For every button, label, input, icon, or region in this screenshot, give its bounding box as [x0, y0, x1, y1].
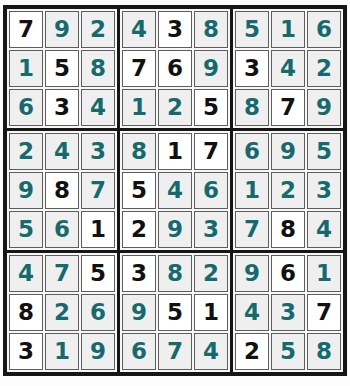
cell-r3c8[interactable]: 7 — [271, 89, 305, 126]
cell-r6c8[interactable]: 8 — [271, 211, 305, 248]
cell-r3c4[interactable]: 1 — [122, 89, 156, 126]
cell-r1c1[interactable]: 7 — [9, 11, 43, 48]
cell-r2c3[interactable]: 8 — [81, 50, 115, 87]
cell-r8c2[interactable]: 2 — [45, 294, 79, 331]
cell-r7c7[interactable]: 9 — [235, 255, 269, 292]
cell-r1c7[interactable]: 5 — [235, 11, 269, 48]
cell-r4c5[interactable]: 1 — [158, 133, 192, 170]
cell-r1c5[interactable]: 3 — [158, 11, 192, 48]
cell-r5c3[interactable]: 7 — [81, 172, 115, 209]
cell-r4c9[interactable]: 5 — [307, 133, 341, 170]
sudoku-box-4: 243987561 — [7, 131, 117, 250]
cell-r7c4[interactable]: 3 — [122, 255, 156, 292]
cell-r5c4[interactable]: 5 — [122, 172, 156, 209]
cell-r2c9[interactable]: 2 — [307, 50, 341, 87]
cell-r6c1[interactable]: 5 — [9, 211, 43, 248]
cell-r9c4[interactable]: 6 — [122, 333, 156, 370]
cell-r6c4[interactable]: 2 — [122, 211, 156, 248]
cell-r5c6[interactable]: 6 — [194, 172, 228, 209]
cell-r7c1[interactable]: 4 — [9, 255, 43, 292]
cell-r7c3[interactable]: 5 — [81, 255, 115, 292]
cell-r2c8[interactable]: 4 — [271, 50, 305, 87]
cell-r9c7[interactable]: 2 — [235, 333, 269, 370]
cell-r1c9[interactable]: 6 — [307, 11, 341, 48]
cell-r6c2[interactable]: 6 — [45, 211, 79, 248]
cell-r2c4[interactable]: 7 — [122, 50, 156, 87]
cell-r7c2[interactable]: 7 — [45, 255, 79, 292]
cell-r2c6[interactable]: 9 — [194, 50, 228, 87]
sudoku-box-2: 438769125 — [120, 9, 230, 128]
cell-r4c4[interactable]: 8 — [122, 133, 156, 170]
cell-r4c6[interactable]: 7 — [194, 133, 228, 170]
sudoku-box-3: 516342879 — [233, 9, 343, 128]
sudoku-page: 7921586344387691255163428792439875618175… — [0, 0, 350, 386]
sudoku-box-5: 817546293 — [120, 131, 230, 250]
cell-r8c6[interactable]: 1 — [194, 294, 228, 331]
cell-r2c1[interactable]: 1 — [9, 50, 43, 87]
sudoku-box-1: 792158634 — [7, 9, 117, 128]
cell-r4c2[interactable]: 4 — [45, 133, 79, 170]
cell-r3c1[interactable]: 6 — [9, 89, 43, 126]
cell-r4c7[interactable]: 6 — [235, 133, 269, 170]
sudoku-box-8: 382951674 — [120, 253, 230, 372]
cell-r3c2[interactable]: 3 — [45, 89, 79, 126]
cell-r9c9[interactable]: 8 — [307, 333, 341, 370]
cell-r5c8[interactable]: 2 — [271, 172, 305, 209]
cell-r4c8[interactable]: 9 — [271, 133, 305, 170]
cell-r8c9[interactable]: 7 — [307, 294, 341, 331]
cell-r6c7[interactable]: 7 — [235, 211, 269, 248]
cell-r5c1[interactable]: 9 — [9, 172, 43, 209]
cell-r3c9[interactable]: 9 — [307, 89, 341, 126]
cell-r8c3[interactable]: 6 — [81, 294, 115, 331]
cell-r8c8[interactable]: 3 — [271, 294, 305, 331]
cell-r1c2[interactable]: 9 — [45, 11, 79, 48]
cell-r9c6[interactable]: 4 — [194, 333, 228, 370]
cell-r6c3[interactable]: 1 — [81, 211, 115, 248]
cell-r6c5[interactable]: 9 — [158, 211, 192, 248]
cell-r6c6[interactable]: 3 — [194, 211, 228, 248]
cell-r5c2[interactable]: 8 — [45, 172, 79, 209]
cell-r5c7[interactable]: 1 — [235, 172, 269, 209]
cell-r8c1[interactable]: 8 — [9, 294, 43, 331]
cell-r5c9[interactable]: 3 — [307, 172, 341, 209]
cell-r3c6[interactable]: 5 — [194, 89, 228, 126]
cell-r8c4[interactable]: 9 — [122, 294, 156, 331]
cell-r1c6[interactable]: 8 — [194, 11, 228, 48]
cell-r9c1[interactable]: 3 — [9, 333, 43, 370]
cell-r2c2[interactable]: 5 — [45, 50, 79, 87]
cell-r6c9[interactable]: 4 — [307, 211, 341, 248]
sudoku-box-6: 695123784 — [233, 131, 343, 250]
cell-r8c5[interactable]: 5 — [158, 294, 192, 331]
cell-r9c2[interactable]: 1 — [45, 333, 79, 370]
cell-r8c7[interactable]: 4 — [235, 294, 269, 331]
cell-r4c1[interactable]: 2 — [9, 133, 43, 170]
cell-r9c5[interactable]: 7 — [158, 333, 192, 370]
cell-r7c6[interactable]: 2 — [194, 255, 228, 292]
cell-r2c7[interactable]: 3 — [235, 50, 269, 87]
cell-r5c5[interactable]: 4 — [158, 172, 192, 209]
cell-r7c9[interactable]: 1 — [307, 255, 341, 292]
cell-r1c3[interactable]: 2 — [81, 11, 115, 48]
cell-r9c8[interactable]: 5 — [271, 333, 305, 370]
cell-r1c8[interactable]: 1 — [271, 11, 305, 48]
cell-r1c4[interactable]: 4 — [122, 11, 156, 48]
cell-r2c5[interactable]: 6 — [158, 50, 192, 87]
sudoku-box-9: 961437258 — [233, 253, 343, 372]
sudoku-box-7: 475826319 — [7, 253, 117, 372]
sudoku-board: 7921586344387691255163428792439875618175… — [3, 5, 347, 376]
cell-r9c3[interactable]: 9 — [81, 333, 115, 370]
cell-r4c3[interactable]: 3 — [81, 133, 115, 170]
cell-r7c8[interactable]: 6 — [271, 255, 305, 292]
cell-r3c3[interactable]: 4 — [81, 89, 115, 126]
cell-r7c5[interactable]: 8 — [158, 255, 192, 292]
cell-r3c7[interactable]: 8 — [235, 89, 269, 126]
cell-r3c5[interactable]: 2 — [158, 89, 192, 126]
